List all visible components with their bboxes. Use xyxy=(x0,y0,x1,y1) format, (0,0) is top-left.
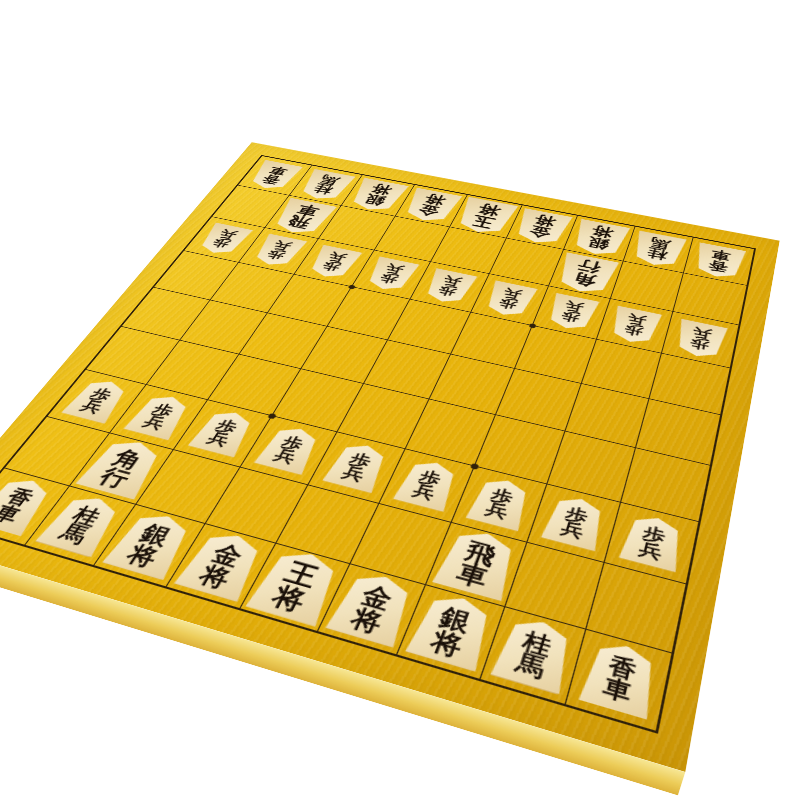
piece-rook-black[interactable]: 飛車 xyxy=(431,525,523,602)
square-5i[interactable]: 王将 xyxy=(241,544,350,631)
piece-kanji: 金将 xyxy=(196,541,246,591)
piece-kanji: 玉将 xyxy=(470,202,503,229)
piece-king-black[interactable]: 王将 xyxy=(244,545,347,628)
piece-kanji: 歩兵 xyxy=(321,250,349,272)
piece-kanji: 桂馬 xyxy=(646,236,672,261)
star-point xyxy=(267,413,277,420)
piece-kanji: 金将 xyxy=(416,193,448,218)
piece-pawn-black[interactable]: 歩兵 xyxy=(465,474,535,532)
piece-bishop-black[interactable]: 角行 xyxy=(74,435,170,500)
piece-pawn-white[interactable]: 歩兵 xyxy=(248,233,308,268)
piece-gold-black[interactable]: 金将 xyxy=(324,567,420,648)
square-8g[interactable]: 歩兵 xyxy=(109,385,208,450)
piece-kanji: 桂馬 xyxy=(513,629,554,681)
piece-kanji: 王将 xyxy=(268,560,321,616)
piece-lance-black[interactable]: 香車 xyxy=(0,474,59,537)
board-grid: 香車桂馬銀将金将玉将金将銀将桂馬香車飛車角行歩兵歩兵歩兵歩兵歩兵歩兵歩兵歩兵歩兵… xyxy=(0,155,756,734)
shogi-board: 香車桂馬銀将金将玉将金将銀将桂馬香車飛車角行歩兵歩兵歩兵歩兵歩兵歩兵歩兵歩兵歩兵… xyxy=(0,142,780,772)
piece-pawn-black[interactable]: 歩兵 xyxy=(253,423,325,475)
piece-kanji: 歩兵 xyxy=(78,386,115,415)
piece-kanji: 角行 xyxy=(95,447,146,491)
piece-pawn-white[interactable]: 歩兵 xyxy=(362,256,421,293)
star-point xyxy=(470,463,480,470)
square-4f[interactable] xyxy=(405,400,496,467)
piece-kanji: 歩兵 xyxy=(637,524,667,562)
piece-pawn-black[interactable]: 歩兵 xyxy=(321,439,393,493)
piece-pawn-white[interactable]: 歩兵 xyxy=(543,292,600,332)
piece-kanji: 銀将 xyxy=(585,224,614,251)
square-7h[interactable] xyxy=(136,450,240,524)
square-9h[interactable] xyxy=(4,417,109,486)
photo-canvas: 香車桂馬銀将金将玉将金将銀将桂馬香車飛車角行歩兵歩兵歩兵歩兵歩兵歩兵歩兵歩兵歩兵… xyxy=(0,0,800,800)
piece-lance-black[interactable]: 香車 xyxy=(577,637,662,720)
square-4i[interactable]: 金将 xyxy=(318,564,426,654)
piece-kanji: 歩兵 xyxy=(483,486,515,521)
piece-kanji: 歩兵 xyxy=(437,274,464,297)
piece-pawn-black[interactable]: 歩兵 xyxy=(392,457,463,513)
piece-kanji: 桂馬 xyxy=(56,504,104,546)
piece-pawn-black[interactable]: 歩兵 xyxy=(187,407,260,458)
piece-kanji: 歩兵 xyxy=(689,325,713,351)
board-surface: 香車桂馬銀将金将玉将金将銀将桂馬香車飛車角行歩兵歩兵歩兵歩兵歩兵歩兵歩兵歩兵歩兵… xyxy=(0,142,780,772)
piece-kanji: 歩兵 xyxy=(340,451,374,484)
square-1e[interactable] xyxy=(636,399,720,466)
piece-kanji: 歩兵 xyxy=(271,434,306,466)
square-1g[interactable]: 歩兵 xyxy=(605,503,698,584)
piece-kanji: 香車 xyxy=(261,165,290,185)
square-2f[interactable] xyxy=(547,432,636,503)
square-3f[interactable] xyxy=(475,415,565,484)
piece-kanji: 銀将 xyxy=(428,605,474,660)
piece-kanji: 銀将 xyxy=(123,522,175,570)
square-3g[interactable]: 歩兵 xyxy=(452,467,547,543)
piece-kanji: 金将 xyxy=(528,213,558,239)
piece-gold-black[interactable]: 金将 xyxy=(173,527,271,602)
piece-kanji: 歩兵 xyxy=(623,312,648,337)
piece-pawn-white[interactable]: 歩兵 xyxy=(672,318,729,361)
square-8i[interactable]: 桂馬 xyxy=(25,486,136,565)
square-3h[interactable]: 飛車 xyxy=(426,523,527,607)
piece-kanji: 香車 xyxy=(0,487,36,526)
piece-pawn-white[interactable]: 歩兵 xyxy=(304,245,363,281)
square-5f[interactable] xyxy=(337,384,429,449)
square-4g[interactable]: 歩兵 xyxy=(379,449,475,523)
square-4h[interactable] xyxy=(350,504,452,585)
piece-pawn-black[interactable]: 歩兵 xyxy=(123,391,196,440)
square-9g[interactable]: 歩兵 xyxy=(47,370,146,433)
piece-kanji: 歩兵 xyxy=(497,286,523,310)
piece-kanji: 金将 xyxy=(348,583,396,636)
square-2h[interactable] xyxy=(505,543,605,630)
square-6i[interactable]: 金将 xyxy=(166,524,276,608)
piece-silver-black[interactable]: 銀将 xyxy=(101,508,199,581)
piece-pawn-white[interactable]: 歩兵 xyxy=(607,305,664,347)
piece-silver-black[interactable]: 銀将 xyxy=(404,589,499,673)
piece-kanji: 歩兵 xyxy=(140,402,176,432)
square-3e[interactable] xyxy=(496,369,582,432)
piece-kanji: 歩兵 xyxy=(210,228,239,249)
square-1i[interactable]: 香車 xyxy=(566,630,671,731)
piece-kanji: 桂馬 xyxy=(311,174,341,196)
piece-kanji: 歩兵 xyxy=(410,468,443,502)
square-6g[interactable]: 歩兵 xyxy=(240,416,337,485)
piece-knight-black[interactable]: 桂馬 xyxy=(34,491,128,558)
square-8h[interactable]: 角行 xyxy=(69,433,173,505)
square-9i[interactable]: 香車 xyxy=(0,468,69,544)
square-3i[interactable]: 銀将 xyxy=(398,585,505,679)
piece-kanji: 銀将 xyxy=(362,182,394,206)
square-6h[interactable] xyxy=(205,468,308,544)
piece-kanji: 香車 xyxy=(601,654,639,706)
piece-pawn-black[interactable]: 歩兵 xyxy=(540,492,609,552)
piece-kanji: 角行 xyxy=(571,258,603,288)
piece-kanji: 飛車 xyxy=(286,203,322,229)
square-2e[interactable] xyxy=(565,384,650,449)
square-5h[interactable] xyxy=(276,486,379,565)
piece-pawn-white[interactable]: 歩兵 xyxy=(420,268,478,306)
square-7g[interactable]: 歩兵 xyxy=(174,400,272,467)
piece-pawn-black[interactable]: 歩兵 xyxy=(60,376,134,424)
piece-kanji: 香車 xyxy=(708,248,732,273)
square-7i[interactable]: 銀将 xyxy=(94,505,204,587)
piece-kanji: 歩兵 xyxy=(378,262,406,285)
piece-kanji: 飛車 xyxy=(454,539,499,591)
piece-kanji: 歩兵 xyxy=(559,505,590,542)
piece-pawn-white[interactable]: 歩兵 xyxy=(481,280,539,319)
piece-pawn-black[interactable]: 歩兵 xyxy=(618,511,687,573)
square-2i[interactable]: 桂馬 xyxy=(481,607,587,704)
square-2g[interactable]: 歩兵 xyxy=(527,485,621,564)
square-5g[interactable]: 歩兵 xyxy=(308,433,405,504)
square-1f[interactable] xyxy=(621,449,709,523)
piece-kanji: 歩兵 xyxy=(205,418,241,449)
piece-kanji: 歩兵 xyxy=(265,239,294,261)
piece-knight-black[interactable]: 桂馬 xyxy=(489,613,578,696)
square-1h[interactable] xyxy=(587,563,686,653)
square-6f[interactable] xyxy=(272,369,364,432)
piece-kanji: 歩兵 xyxy=(559,299,584,324)
